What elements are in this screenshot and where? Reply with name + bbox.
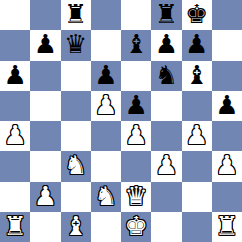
square-g4[interactable]: ♟	[182, 121, 212, 151]
square-e8[interactable]	[121, 0, 151, 30]
white-pawn[interactable]: ♟	[124, 122, 147, 148]
square-b6[interactable]	[30, 61, 60, 91]
square-c8[interactable]: ♜	[61, 0, 91, 30]
square-c3[interactable]: ♞	[61, 151, 91, 181]
square-a3[interactable]	[0, 151, 30, 181]
square-g7[interactable]: ♟	[182, 30, 212, 60]
square-h2[interactable]	[212, 182, 242, 212]
black-knight[interactable]: ♞	[155, 62, 178, 88]
black-pawn[interactable]: ♟	[3, 62, 26, 88]
square-c2[interactable]	[61, 182, 91, 212]
square-g3[interactable]	[182, 151, 212, 181]
square-h5[interactable]: ♟	[212, 91, 242, 121]
square-f5[interactable]	[151, 91, 181, 121]
white-knight[interactable]: ♞	[94, 183, 117, 209]
square-c6[interactable]	[61, 61, 91, 91]
square-g1[interactable]	[182, 212, 212, 242]
square-f1[interactable]	[151, 212, 181, 242]
white-knight[interactable]: ♞	[64, 152, 87, 178]
black-pawn[interactable]: ♟	[34, 31, 57, 57]
square-c4[interactable]	[61, 121, 91, 151]
square-h7[interactable]	[212, 30, 242, 60]
square-f8[interactable]: ♜	[151, 0, 181, 30]
square-b2[interactable]: ♟	[30, 182, 60, 212]
square-b1[interactable]	[30, 212, 60, 242]
square-d8[interactable]	[91, 0, 121, 30]
black-rook[interactable]: ♜	[64, 1, 87, 27]
black-bishop[interactable]: ♝	[124, 31, 147, 57]
square-b4[interactable]	[30, 121, 60, 151]
white-pawn[interactable]: ♟	[155, 152, 178, 178]
black-pawn[interactable]: ♟	[185, 31, 208, 57]
square-d1[interactable]	[91, 212, 121, 242]
chess-board: ♜♜♚♟♛♝♟♟♟♟♞♝♟♟♟♟♟♟♞♟♟♟♞♛♜♝♚♜	[0, 0, 242, 242]
square-a8[interactable]	[0, 0, 30, 30]
black-rook[interactable]: ♜	[155, 1, 178, 27]
square-e7[interactable]: ♝	[121, 30, 151, 60]
black-pawn[interactable]: ♟	[155, 31, 178, 57]
square-f4[interactable]	[151, 121, 181, 151]
square-b7[interactable]: ♟	[30, 30, 60, 60]
black-king[interactable]: ♚	[185, 1, 208, 27]
square-c7[interactable]: ♛	[61, 30, 91, 60]
white-pawn[interactable]: ♟	[3, 122, 26, 148]
square-c5[interactable]	[61, 91, 91, 121]
square-g6[interactable]: ♝	[182, 61, 212, 91]
square-e6[interactable]	[121, 61, 151, 91]
black-pawn[interactable]: ♟	[94, 62, 117, 88]
square-h6[interactable]	[212, 61, 242, 91]
square-d2[interactable]: ♞	[91, 182, 121, 212]
square-a5[interactable]	[0, 91, 30, 121]
white-pawn[interactable]: ♟	[185, 122, 208, 148]
white-king[interactable]: ♚	[124, 213, 147, 239]
white-rook[interactable]: ♜	[3, 213, 26, 239]
black-bishop[interactable]: ♝	[185, 62, 208, 88]
square-b3[interactable]	[30, 151, 60, 181]
square-h3[interactable]: ♟	[212, 151, 242, 181]
white-bishop[interactable]: ♝	[64, 213, 87, 239]
square-a4[interactable]: ♟	[0, 121, 30, 151]
square-d5[interactable]: ♟	[91, 91, 121, 121]
square-e3[interactable]	[121, 151, 151, 181]
square-g5[interactable]	[182, 91, 212, 121]
square-c1[interactable]: ♝	[61, 212, 91, 242]
square-e2[interactable]: ♛	[121, 182, 151, 212]
square-g2[interactable]	[182, 182, 212, 212]
square-b8[interactable]	[30, 0, 60, 30]
square-f7[interactable]: ♟	[151, 30, 181, 60]
square-f2[interactable]	[151, 182, 181, 212]
square-g8[interactable]: ♚	[182, 0, 212, 30]
square-f3[interactable]: ♟	[151, 151, 181, 181]
square-h4[interactable]	[212, 121, 242, 151]
square-e4[interactable]: ♟	[121, 121, 151, 151]
square-a7[interactable]	[0, 30, 30, 60]
black-pawn[interactable]: ♟	[215, 92, 238, 118]
square-h8[interactable]	[212, 0, 242, 30]
square-d4[interactable]	[91, 121, 121, 151]
black-queen[interactable]: ♛	[64, 31, 87, 57]
white-queen[interactable]: ♛	[124, 183, 147, 209]
square-a6[interactable]: ♟	[0, 61, 30, 91]
white-rook[interactable]: ♜	[215, 213, 238, 239]
square-a2[interactable]	[0, 182, 30, 212]
white-pawn[interactable]: ♟	[34, 183, 57, 209]
square-b5[interactable]	[30, 91, 60, 121]
white-pawn[interactable]: ♟	[215, 152, 238, 178]
square-d3[interactable]	[91, 151, 121, 181]
black-pawn[interactable]: ♟	[124, 92, 147, 118]
square-a1[interactable]: ♜	[0, 212, 30, 242]
square-h1[interactable]: ♜	[212, 212, 242, 242]
white-pawn[interactable]: ♟	[94, 92, 117, 118]
square-e1[interactable]: ♚	[121, 212, 151, 242]
square-e5[interactable]: ♟	[121, 91, 151, 121]
square-f6[interactable]: ♞	[151, 61, 181, 91]
square-d6[interactable]: ♟	[91, 61, 121, 91]
square-d7[interactable]	[91, 30, 121, 60]
